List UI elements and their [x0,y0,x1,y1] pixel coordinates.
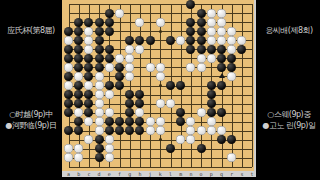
black-stone [227,63,236,72]
star-point [159,138,162,141]
black-stone [84,54,93,63]
black-stone [217,63,226,72]
black-stone [105,117,114,126]
black-stone [95,135,104,144]
white-stone [95,72,104,81]
black-stone [166,36,175,45]
black-stone [125,99,134,108]
black-player-chinese: ●河野临(9p)日 [0,120,62,131]
black-stone [74,27,83,36]
black-player-korean: ●고노 린(9p)일 [258,120,320,131]
black-stone [166,81,175,90]
white-stone [105,63,114,72]
left-info-panel: 应氏杯(第8届) ○时越(9p)中 ●河野临(9p)日 [0,0,62,180]
white-stone [217,27,226,36]
white-stone [207,18,216,27]
black-stone [186,0,195,9]
black-stone [186,18,195,27]
black-stone [135,126,144,135]
white-stone [227,36,236,45]
black-stone [74,63,83,72]
black-stone [95,36,104,45]
white-stone [227,72,236,81]
white-stone [197,108,206,117]
black-stone [95,63,104,72]
white-stone [64,81,73,90]
black-stone [74,36,83,45]
black-stone [95,54,104,63]
white-stone [135,108,144,117]
white-stone [207,54,216,63]
black-stone [95,153,104,162]
black-stone [64,99,73,108]
black-stone [84,18,93,27]
black-stone [197,9,206,18]
white-stone [176,36,185,45]
black-stone [135,117,144,126]
black-stone [115,126,124,135]
black-stone [105,9,114,18]
white-stone [156,99,165,108]
black-stone [105,54,114,63]
white-stone [74,144,83,153]
white-stone [125,54,134,63]
white-stone [207,36,216,45]
black-stone [115,63,124,72]
white-stone [64,63,73,72]
white-stone [95,117,104,126]
white-stone [227,153,236,162]
board-bottom-edge [62,177,256,180]
black-stone [207,99,216,108]
white-stone [166,99,175,108]
white-stone [115,9,124,18]
star-point [159,30,162,33]
black-stone [84,90,93,99]
black-stone [64,54,73,63]
white-stone [217,36,226,45]
black-stone [197,18,206,27]
white-stone [84,81,93,90]
black-stone [84,108,93,117]
black-stone [95,27,104,36]
white-stone [95,108,104,117]
last-move-triangle-marker [219,73,225,78]
black-stone [176,117,185,126]
black-stone [105,81,114,90]
black-stone [84,99,93,108]
grid-line-v [252,4,253,167]
white-player-korean: ○스웨(9p)중 [258,109,320,120]
grid-line-v [242,4,243,167]
white-stone [156,126,165,135]
white-stone [95,126,104,135]
white-stone [115,54,124,63]
black-stone [105,27,114,36]
black-stone [95,45,104,54]
right-player-list: ○스웨(9p)중 ●고노 린(9p)일 [258,109,320,131]
black-stone [74,99,83,108]
black-stone [227,135,236,144]
black-stone [84,72,93,81]
white-stone [105,144,114,153]
black-stone [135,99,144,108]
white-stone [105,90,114,99]
white-stone [207,9,216,18]
black-stone [74,90,83,99]
black-stone [115,72,124,81]
black-stone [105,45,114,54]
white-stone [105,108,114,117]
white-stone [217,9,226,18]
white-stone [74,108,83,117]
white-stone [217,126,226,135]
black-stone [74,117,83,126]
white-stone [64,36,73,45]
black-stone [74,45,83,54]
black-stone [95,144,104,153]
right-info-panel: 응씨배(제8회) ○스웨(9p)중 ●고노 린(9p)일 [258,0,320,180]
black-stone [64,27,73,36]
black-stone [105,126,114,135]
white-stone [125,72,134,81]
white-stone [156,117,165,126]
event-title-korean: 응씨배(제8회) [258,26,320,36]
white-stone [197,126,206,135]
black-stone [135,90,144,99]
black-stone [197,45,206,54]
white-stone [146,63,155,72]
black-stone [74,126,83,135]
white-stone [156,72,165,81]
black-stone [176,81,185,90]
white-stone [227,45,236,54]
white-stone [84,36,93,45]
white-stone [125,45,134,54]
black-stone [64,45,73,54]
black-stone [125,126,134,135]
black-stone [74,54,83,63]
white-stone [146,126,155,135]
black-stone [95,18,104,27]
left-player-list: ○时越(9p)中 ●河野临(9p)日 [0,109,62,131]
white-stone [84,135,93,144]
black-stone [186,36,195,45]
white-stone [95,90,104,99]
white-stone [207,27,216,36]
white-stone [64,144,73,153]
black-stone [105,18,114,27]
black-stone [186,45,195,54]
black-stone [115,117,124,126]
white-stone [105,153,114,162]
go-board[interactable]: abcdefghjklmnopqrst [62,0,256,177]
white-stone [227,27,236,36]
black-stone [64,72,73,81]
black-stone [166,144,175,153]
white-stone [176,135,185,144]
black-stone [207,45,216,54]
black-stone [74,18,83,27]
black-stone [207,81,216,90]
black-stone [125,36,134,45]
black-stone [64,126,73,135]
white-stone [186,126,195,135]
white-stone [186,117,195,126]
white-stone [186,63,195,72]
white-stone [156,63,165,72]
black-stone [217,54,226,63]
white-stone [207,117,216,126]
black-stone [186,27,195,36]
white-stone [84,45,93,54]
black-stone [197,36,206,45]
black-stone [237,45,246,54]
go-broadcast-screen: 应氏杯(第8届) ○时越(9p)中 ●河野临(9p)日 abcdefghjklm… [0,0,320,180]
white-stone [135,45,144,54]
black-stone [207,108,216,117]
white-stone [207,126,216,135]
black-stone [125,108,134,117]
white-stone [197,63,206,72]
black-stone [217,45,226,54]
black-stone [64,90,73,99]
white-stone [237,36,246,45]
white-stone [84,27,93,36]
black-stone [146,36,155,45]
black-stone [125,117,134,126]
white-stone [125,63,134,72]
white-stone [95,81,104,90]
black-stone [207,90,216,99]
black-stone [197,144,206,153]
event-title-chinese: 应氏杯(第8届) [0,26,62,36]
white-stone [74,72,83,81]
black-stone [217,135,226,144]
white-stone [217,18,226,27]
black-stone [217,81,226,90]
black-stone [176,108,185,117]
black-stone [84,63,93,72]
white-stone [135,18,144,27]
white-stone [105,135,114,144]
black-stone [74,81,83,90]
black-stone [125,90,134,99]
grid-line-h [69,167,253,168]
white-stone [64,153,73,162]
white-player-chinese: ○时越(9p)中 [0,109,62,120]
white-stone [197,54,206,63]
black-stone [115,81,124,90]
black-stone [64,108,73,117]
star-point [159,84,162,87]
black-stone [217,108,226,117]
black-stone [197,27,206,36]
white-stone [84,117,93,126]
white-stone [186,135,195,144]
white-stone [74,153,83,162]
black-stone [135,36,144,45]
white-stone [95,99,104,108]
white-stone [156,18,165,27]
board-right-edge-strip [254,0,256,177]
white-stone [146,117,155,126]
black-stone [227,54,236,63]
